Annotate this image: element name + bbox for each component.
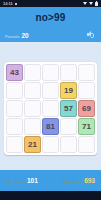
battery-icon (95, 2, 98, 6)
empty-cell-r4c4[interactable] (60, 118, 77, 135)
wifi-icon (83, 2, 87, 5)
status-bar: 14:11 (0, 0, 101, 7)
empty-cell-r2c1[interactable] (6, 82, 23, 99)
game-area: 43195769817121 (0, 42, 101, 170)
empty-cell-r5c3[interactable] (42, 136, 59, 153)
your-score: Your score 101 (6, 177, 38, 184)
your-score-label: Your score (6, 179, 25, 184)
signal-icon (89, 2, 93, 5)
your-score-value: 101 (27, 177, 38, 184)
presses-counter: Presses 20 (5, 32, 29, 39)
notification-icon (15, 3, 17, 5)
max-score-label: Max score (64, 179, 82, 184)
empty-cell-r5c1[interactable] (6, 136, 23, 153)
app-header: no>99 Presses 20 (0, 7, 101, 42)
presses-value: 20 (21, 32, 28, 39)
tile-43[interactable]: 43 (6, 64, 23, 81)
empty-cell-r3c3[interactable] (42, 100, 59, 117)
tile-57[interactable]: 57 (60, 100, 77, 117)
empty-cell-r1c4[interactable] (60, 64, 77, 81)
tile-19[interactable]: 19 (60, 82, 77, 99)
empty-cell-r5c5[interactable] (78, 136, 95, 153)
max-score-value: 693 (84, 177, 95, 184)
android-nav-bar[interactable] (0, 191, 101, 200)
empty-cell-r4c1[interactable] (6, 118, 23, 135)
empty-cell-r1c3[interactable] (42, 64, 59, 81)
empty-cell-r1c2[interactable] (24, 64, 41, 81)
score-bar: Your score 101 Max score 693 (0, 170, 101, 191)
empty-cell-r3c2[interactable] (24, 100, 41, 117)
empty-cell-r2c3[interactable] (42, 82, 59, 99)
presses-label: Presses (5, 34, 19, 39)
tile-81[interactable]: 81 (42, 118, 59, 135)
tile-21[interactable]: 21 (24, 136, 41, 153)
board-grid: 43195769817121 (4, 62, 97, 155)
tile-69[interactable]: 69 (78, 100, 95, 117)
empty-cell-r2c5[interactable] (78, 82, 95, 99)
clock-text: 14:11 (3, 0, 13, 7)
max-score: Max score 693 (64, 177, 95, 184)
empty-cell-r4c2[interactable] (24, 118, 41, 135)
empty-cell-r2c2[interactable] (24, 82, 41, 99)
tile-71[interactable]: 71 (78, 118, 95, 135)
app-window: 14:11 no>99 Presses 20 43195769817121 Yo… (0, 0, 101, 200)
page-title: no>99 (0, 12, 101, 23)
speaker-icon[interactable] (87, 31, 94, 37)
empty-cell-r5c4[interactable] (60, 136, 77, 153)
empty-cell-r3c1[interactable] (6, 100, 23, 117)
empty-cell-r1c5[interactable] (78, 64, 95, 81)
